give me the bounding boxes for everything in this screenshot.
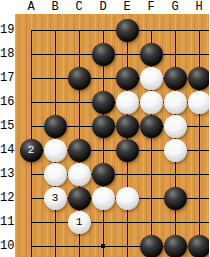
stone-white-B14: [44, 139, 67, 162]
stone-black-D16: [92, 91, 115, 114]
stone-black-C14: [68, 139, 91, 162]
intersection-B18[interactable]: [43, 42, 67, 66]
intersection-C14[interactable]: [67, 138, 91, 162]
intersection-E18[interactable]: [115, 42, 139, 66]
intersection-B10[interactable]: [43, 234, 67, 257]
stone-black-G10: [164, 235, 187, 257]
intersection-D18[interactable]: [91, 42, 115, 66]
stone-black-D13: [92, 163, 115, 186]
intersection-H16[interactable]: [187, 90, 209, 114]
intersection-D11[interactable]: [91, 210, 115, 234]
intersection-G12[interactable]: [163, 186, 187, 210]
intersection-A19[interactable]: [19, 18, 43, 42]
stone-black-D18: [92, 43, 115, 66]
intersection-H12[interactable]: [187, 186, 209, 210]
stone-black-A14: 2: [20, 139, 43, 162]
row-label-18: 18: [0, 47, 14, 61]
intersection-C10[interactable]: [67, 234, 91, 257]
intersection-H15[interactable]: [187, 114, 209, 138]
intersection-C12[interactable]: [67, 186, 91, 210]
row-label-11: 11: [0, 215, 14, 229]
stone-black-B15: [44, 115, 67, 138]
row-label-14: 14: [0, 143, 14, 157]
intersection-F12[interactable]: [139, 186, 163, 210]
intersection-H19[interactable]: [187, 18, 209, 42]
intersection-B19[interactable]: [43, 18, 67, 42]
stone-white-B12: 3: [44, 187, 67, 210]
stone-black-D15: [92, 115, 115, 138]
intersection-G17[interactable]: [163, 66, 187, 90]
intersection-C17[interactable]: [67, 66, 91, 90]
row-label-19: 19: [0, 23, 14, 37]
stone-white-G16: [164, 91, 187, 114]
intersection-D12[interactable]: [91, 186, 115, 210]
stone-white-H16: [188, 91, 210, 114]
intersection-G19[interactable]: [163, 18, 187, 42]
stone-black-F10: [140, 235, 163, 257]
col-label-C: C: [75, 0, 82, 14]
col-label-A: A: [27, 0, 34, 14]
intersection-H13[interactable]: [187, 162, 209, 186]
intersection-A11[interactable]: [19, 210, 43, 234]
intersection-F19[interactable]: [139, 18, 163, 42]
intersection-E17[interactable]: [115, 66, 139, 90]
stone-white-B13: [44, 163, 67, 186]
intersection-B16[interactable]: [43, 90, 67, 114]
intersection-G14[interactable]: [163, 138, 187, 162]
stone-black-F15: [140, 115, 163, 138]
intersection-E16[interactable]: [115, 90, 139, 114]
intersection-G10[interactable]: [163, 234, 187, 257]
intersection-E15[interactable]: [115, 114, 139, 138]
stone-white-G14: [164, 139, 187, 162]
stone-white-E16: [116, 91, 139, 114]
intersection-A15[interactable]: [19, 114, 43, 138]
stone-black-G17: [164, 67, 187, 90]
intersection-B14[interactable]: [43, 138, 67, 162]
col-label-G: G: [171, 0, 178, 14]
intersection-C15[interactable]: [67, 114, 91, 138]
intersection-F10[interactable]: [139, 234, 163, 257]
intersection-G18[interactable]: [163, 42, 187, 66]
row-label-16: 16: [0, 95, 14, 109]
intersection-E13[interactable]: [115, 162, 139, 186]
intersection-E14[interactable]: [115, 138, 139, 162]
col-label-B: B: [51, 0, 58, 14]
stone-white-D12: [92, 187, 115, 210]
stone-white-G15: [164, 115, 187, 138]
intersection-F14[interactable]: [139, 138, 163, 162]
intersection-E10[interactable]: [115, 234, 139, 257]
board-grid: 231: [19, 18, 209, 257]
stone-black-E15: [116, 115, 139, 138]
stone-black-C12: [68, 187, 91, 210]
stone-black-C17: [68, 67, 91, 90]
intersection-D10[interactable]: [91, 234, 115, 257]
intersection-D19[interactable]: [91, 18, 115, 42]
intersection-F18[interactable]: [139, 42, 163, 66]
stone-white-F17: [140, 67, 163, 90]
intersection-A14[interactable]: 2: [19, 138, 43, 162]
intersection-D15[interactable]: [91, 114, 115, 138]
intersection-G13[interactable]: [163, 162, 187, 186]
row-label-10: 10: [0, 239, 14, 253]
intersection-F15[interactable]: [139, 114, 163, 138]
row-label-15: 15: [0, 119, 14, 133]
intersection-C16[interactable]: [67, 90, 91, 114]
stone-black-H17: [188, 67, 210, 90]
intersection-D17[interactable]: [91, 66, 115, 90]
intersection-B13[interactable]: [43, 162, 67, 186]
stone-black-H10: [188, 235, 210, 257]
intersection-H17[interactable]: [187, 66, 209, 90]
intersection-C19[interactable]: [67, 18, 91, 42]
stone-white-E12: [116, 187, 139, 210]
intersection-A17[interactable]: [19, 66, 43, 90]
intersection-B17[interactable]: [43, 66, 67, 90]
intersection-D16[interactable]: [91, 90, 115, 114]
stone-white-F16: [140, 91, 163, 114]
intersection-H18[interactable]: [187, 42, 209, 66]
intersection-A18[interactable]: [19, 42, 43, 66]
intersection-A13[interactable]: [19, 162, 43, 186]
intersection-H10[interactable]: [187, 234, 209, 257]
move-number-1: 1: [76, 217, 83, 228]
move-number-3: 3: [52, 193, 59, 204]
intersection-G15[interactable]: [163, 114, 187, 138]
col-label-D: D: [99, 0, 106, 14]
stone-black-E19: [116, 19, 139, 42]
intersection-D13[interactable]: [91, 162, 115, 186]
intersection-H14[interactable]: [187, 138, 209, 162]
intersection-A10[interactable]: [19, 234, 43, 257]
intersection-E11[interactable]: [115, 210, 139, 234]
row-label-13: 13: [0, 167, 14, 181]
intersection-C18[interactable]: [67, 42, 91, 66]
stone-black-G12: [164, 187, 187, 210]
intersection-A12[interactable]: [19, 186, 43, 210]
intersection-G11[interactable]: [163, 210, 187, 234]
stone-white-C13: [68, 163, 91, 186]
intersection-A16[interactable]: [19, 90, 43, 114]
row-label-17: 17: [0, 71, 14, 85]
intersection-D14[interactable]: [91, 138, 115, 162]
intersection-C11[interactable]: 1: [67, 210, 91, 234]
stone-black-F18: [140, 43, 163, 66]
intersection-C13[interactable]: [67, 162, 91, 186]
intersection-F17[interactable]: [139, 66, 163, 90]
col-label-E: E: [123, 0, 130, 14]
intersection-B12[interactable]: 3: [43, 186, 67, 210]
intersection-G16[interactable]: [163, 90, 187, 114]
intersection-B11[interactable]: [43, 210, 67, 234]
row-label-12: 12: [0, 191, 14, 205]
go-board-diagram: ABCDEFGH 19181716151413121110 231: [0, 0, 209, 257]
intersection-B15[interactable]: [43, 114, 67, 138]
col-label-H: H: [195, 0, 202, 14]
intersection-F13[interactable]: [139, 162, 163, 186]
col-label-F: F: [147, 0, 154, 14]
intersection-F11[interactable]: [139, 210, 163, 234]
star-point-D10: [101, 244, 105, 248]
stone-black-E17: [116, 67, 139, 90]
intersection-E19[interactable]: [115, 18, 139, 42]
move-number-2: 2: [28, 145, 35, 156]
stone-black-E14: [116, 139, 139, 162]
intersection-F16[interactable]: [139, 90, 163, 114]
stone-white-C11: 1: [68, 211, 91, 234]
intersection-E12[interactable]: [115, 186, 139, 210]
intersection-H11[interactable]: [187, 210, 209, 234]
